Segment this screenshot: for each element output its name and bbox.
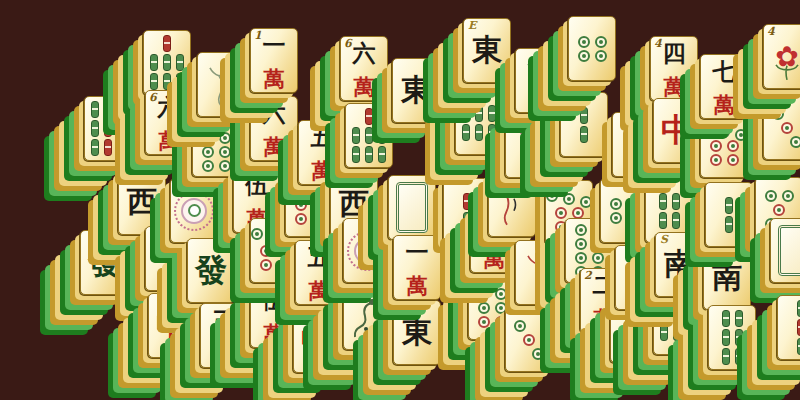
one-dot-rosette-icon <box>171 179 217 242</box>
tile-5-wan[interactable]: 5伍萬 <box>250 283 298 348</box>
dot-core <box>614 216 618 220</box>
dot-row <box>478 288 507 300</box>
circle-dot <box>260 259 272 271</box>
bamboo-pattern-icon <box>657 294 697 351</box>
dot-row <box>610 212 639 224</box>
circle-dot <box>277 259 289 271</box>
dot-core <box>307 189 311 193</box>
dot-row <box>295 213 324 225</box>
dot-core <box>206 164 210 168</box>
bamboo-pattern-icon <box>349 107 389 164</box>
tile-2-bamboo[interactable] <box>705 182 753 247</box>
dot-row <box>202 118 231 130</box>
bamboo-row <box>352 127 386 144</box>
circle-dot <box>478 302 490 314</box>
flower-plant-icon <box>521 251 557 297</box>
bamboo-stick <box>475 105 483 122</box>
dot-core <box>731 158 735 162</box>
bamboo-stick <box>722 329 730 346</box>
bamboo-row <box>626 127 647 144</box>
tile-number: 4 <box>654 37 662 50</box>
circle-dot <box>718 126 730 138</box>
tile-number: 5 <box>254 284 262 297</box>
bamboo-row <box>725 197 733 214</box>
dot-core <box>582 54 586 58</box>
bamboo-pattern-icon <box>712 309 752 366</box>
dot-row <box>295 199 324 211</box>
bamboo-pattern-icon <box>781 299 800 356</box>
bamboo-stick <box>475 124 483 141</box>
dot-core <box>518 324 522 328</box>
tile-south-wind[interactable]: S南 <box>703 245 751 310</box>
bamboo-row <box>660 324 694 341</box>
circle-dot <box>580 196 592 208</box>
dot-core <box>739 133 743 137</box>
dot-core <box>223 122 227 126</box>
bamboo-stick <box>659 212 667 229</box>
wan-suit-character: 萬 <box>251 323 297 344</box>
tile-east-wind[interactable]: 東 <box>392 58 440 123</box>
bamboo-row <box>635 269 643 286</box>
dot-core <box>582 40 586 44</box>
circle-dot <box>627 198 639 210</box>
bamboo-stick <box>635 269 643 286</box>
circle-dot <box>495 288 507 300</box>
circle-dot <box>286 182 298 194</box>
dot-core <box>584 200 588 204</box>
tile-3-dots[interactable] <box>505 307 553 372</box>
tile-4-dots[interactable] <box>568 16 616 81</box>
dot-row <box>514 320 526 332</box>
dot-core <box>576 211 580 215</box>
dots-pattern-icon <box>572 20 612 77</box>
bamboo-row <box>580 107 588 124</box>
circle-dot <box>575 224 587 236</box>
bamboo-stick <box>635 250 643 267</box>
circle-dot <box>710 154 722 166</box>
circle-dot <box>575 238 587 250</box>
tile-9-bamboo[interactable] <box>84 96 132 161</box>
dot-core <box>722 130 726 134</box>
wan-character: 五 <box>296 245 342 268</box>
bamboo-stick <box>378 127 386 144</box>
dot-core <box>579 242 583 246</box>
bamboo-stick <box>352 127 360 144</box>
dot-core <box>776 112 780 116</box>
circle-dot <box>312 199 324 211</box>
dot-core <box>599 40 603 44</box>
tile-1-dot[interactable] <box>343 218 391 283</box>
tile-6-wan[interactable]: 6六萬 <box>250 96 298 161</box>
dot-row <box>701 126 747 138</box>
tile-white-dragon[interactable] <box>388 175 436 240</box>
circle-dot <box>546 190 558 202</box>
circle-dot <box>572 207 584 219</box>
dot-row <box>260 245 289 257</box>
dot-row <box>532 348 544 360</box>
bamboo-stick <box>580 126 588 143</box>
circle-dot <box>514 320 526 332</box>
tile-6-wan[interactable]: 6六萬 <box>145 90 193 155</box>
dot-core <box>264 263 268 267</box>
bamboo-stick <box>91 101 99 118</box>
dot-row <box>575 252 604 264</box>
dot-core <box>714 144 718 148</box>
flower-plant-icon <box>511 124 547 170</box>
tile-green-dragon[interactable]: 發 <box>80 230 128 295</box>
bamboo-row <box>722 310 743 327</box>
dot-core <box>559 225 563 229</box>
dragon-character: 發 <box>188 239 234 302</box>
circle-dot <box>312 213 324 225</box>
bamboo-row <box>725 216 733 233</box>
dot-core <box>769 194 773 198</box>
bamboo-row <box>150 54 184 71</box>
bamboo-row <box>659 193 680 210</box>
tile-number: 6 <box>149 91 157 104</box>
circle-dot <box>523 334 535 346</box>
circle-dot <box>595 50 607 62</box>
wan-character: 三 <box>201 308 247 331</box>
bamboo-row <box>462 124 496 141</box>
bamboo-stick <box>488 105 496 122</box>
dot-core <box>777 208 781 212</box>
bamboo-stick <box>176 73 184 90</box>
bamboo-stick <box>735 329 743 346</box>
dot-row <box>790 136 800 148</box>
white-dragon-frame <box>778 225 800 276</box>
dot-row <box>478 302 507 314</box>
bamboo-row <box>365 108 373 125</box>
bamboo-pattern-icon <box>459 94 499 151</box>
bamboo-row <box>352 146 386 163</box>
dot-core <box>206 122 210 126</box>
wan-suit-character: 萬 <box>471 248 517 269</box>
dot-row <box>773 204 785 216</box>
circle-dot <box>202 146 214 158</box>
dot-row <box>202 146 231 158</box>
tile-3-wan[interactable]: 三萬 <box>200 303 248 368</box>
wind-letter: W <box>335 173 347 186</box>
tile-3-bamboo[interactable] <box>777 295 800 360</box>
dot-core <box>255 232 259 236</box>
bamboo-stick <box>365 108 373 125</box>
dot-core <box>631 216 635 220</box>
flower-plant-icon <box>521 59 557 105</box>
dot-core <box>482 306 486 310</box>
bamboo-stick <box>117 139 125 156</box>
tile-number: 2 <box>584 269 592 282</box>
bamboo-stick <box>722 310 730 327</box>
dot-core <box>596 256 600 260</box>
tile-8-dots[interactable] <box>192 112 240 177</box>
bamboo-row <box>580 126 588 143</box>
dot-row <box>781 122 793 134</box>
circle-dot <box>303 185 315 197</box>
wind-letter: W <box>123 171 135 184</box>
dots-pattern-icon <box>704 117 744 174</box>
tile-white-dragon[interactable] <box>770 218 800 283</box>
tile-7-dots[interactable] <box>700 113 748 178</box>
circle-dot <box>765 190 777 202</box>
dragon-character: 中 <box>149 294 195 357</box>
circle-dot <box>727 140 739 152</box>
dot-core <box>786 194 790 198</box>
bamboo-row <box>91 120 125 137</box>
dot-core <box>281 249 285 253</box>
tile-5-wan[interactable]: 五萬 <box>295 240 343 305</box>
bamboo-stick <box>659 193 667 210</box>
dot-row <box>765 190 794 202</box>
white-dragon-frame <box>396 182 428 233</box>
tile-plum-flower[interactable]: 梅 <box>505 113 553 178</box>
bamboo-row <box>91 139 125 156</box>
circle-dot <box>610 198 622 210</box>
wan-suit-character: 萬 <box>651 76 697 97</box>
tile-chrysanthemum-flower[interactable]: 4✿ <box>763 24 800 89</box>
bamboo-stick <box>463 193 471 210</box>
circle-dot <box>610 212 622 224</box>
bamboo-stick <box>672 193 680 210</box>
circle-dot <box>575 252 587 264</box>
dragon-character: 發 <box>81 231 127 294</box>
circle-dot <box>790 136 800 148</box>
bamboo-stick <box>580 107 588 124</box>
bamboo-stick <box>673 324 681 341</box>
dot-core <box>527 338 531 342</box>
tile-south-wind[interactable]: S南 <box>655 232 703 297</box>
dot-row <box>578 36 607 48</box>
bamboo-stick <box>735 348 743 365</box>
bamboo-stick <box>91 139 99 156</box>
bamboo-stick <box>176 54 184 71</box>
circle-dot <box>268 231 280 243</box>
circle-dot <box>532 348 544 360</box>
tile-number: 4 <box>767 25 775 38</box>
dots-pattern-icon <box>196 116 236 173</box>
bamboo-pattern-icon <box>88 100 128 157</box>
dot-row <box>202 132 231 144</box>
dot-row <box>610 198 639 210</box>
circle-dot <box>260 245 272 257</box>
dot-core <box>324 192 328 196</box>
bamboo-row <box>462 105 496 122</box>
dot-core <box>482 292 486 296</box>
dot-core <box>289 238 293 242</box>
circle-dot <box>563 193 575 205</box>
circle-dot <box>219 160 231 172</box>
bamboo-stick <box>673 305 681 322</box>
bamboo-stick <box>488 124 496 141</box>
season-figure-icon <box>494 184 530 228</box>
dot-row <box>478 316 507 328</box>
circle-dot <box>701 123 713 135</box>
dot-row <box>260 259 289 271</box>
dot-core <box>731 144 735 148</box>
flower-plant-icon <box>203 63 239 109</box>
tile-east-wind[interactable]: 東 <box>393 300 441 365</box>
bamboo-stick <box>150 73 158 90</box>
dot-row <box>578 50 607 62</box>
wan-suit-character: 萬 <box>296 280 342 301</box>
wind-letter: S <box>660 233 668 246</box>
bamboo-stick <box>91 120 99 137</box>
circle-dot <box>592 252 604 264</box>
bamboo-row <box>722 329 743 346</box>
bamboo-stick <box>462 124 470 141</box>
bamboo-stick <box>163 35 171 52</box>
tile-green-dragon[interactable]: 發 <box>187 238 235 303</box>
wind-letter: S <box>708 246 716 259</box>
circle-dot <box>478 316 490 328</box>
dragon-character: 中 <box>294 309 340 372</box>
wan-suit-character: 萬 <box>251 136 297 157</box>
dots-pattern-icon <box>509 311 549 368</box>
tile-7-bamboo[interactable] <box>345 103 393 168</box>
bamboo-stick <box>639 127 647 144</box>
dot-core <box>631 202 635 206</box>
tile-number: 2 <box>492 173 500 186</box>
dot-core <box>596 242 600 246</box>
circle-dot <box>219 118 231 130</box>
tile-7-bamboo[interactable] <box>143 30 191 95</box>
circle-dot <box>295 199 307 211</box>
dot-core <box>206 150 210 154</box>
circle-dot <box>781 122 793 134</box>
wind-letter: E <box>468 19 476 32</box>
dot-row <box>555 207 584 219</box>
tile-flower[interactable] <box>197 52 245 117</box>
wan-suit-character: 萬 <box>201 343 247 364</box>
bamboo-pattern-icon <box>709 186 749 243</box>
wind-character: 東 <box>393 59 439 122</box>
dot-core <box>579 256 583 260</box>
circle-dot <box>277 245 289 257</box>
tile-7-wan[interactable]: 七萬 <box>700 54 748 119</box>
tile-red-dragon[interactable]: 中 <box>148 293 196 358</box>
tile-1-dot[interactable] <box>170 178 218 243</box>
tile-4-wan[interactable]: 4四萬 <box>650 36 698 101</box>
tile-6-bamboo[interactable] <box>455 90 503 155</box>
wan-character: 七 <box>701 59 747 82</box>
wan-suit-character: 萬 <box>251 68 297 89</box>
dot-core <box>223 150 227 154</box>
bamboo-stick <box>365 127 373 144</box>
wan-suit-character: 萬 <box>394 275 440 296</box>
wan-character: 五 <box>299 125 345 148</box>
dot-core <box>272 235 276 239</box>
tile-1-wan[interactable]: 一萬 <box>393 235 441 300</box>
tile-red-dragon[interactable]: 中 <box>653 98 701 163</box>
bamboo-stick <box>462 105 470 122</box>
wan-suit-character: 萬 <box>611 338 657 359</box>
tile-2-bamboo[interactable] <box>560 92 608 157</box>
tile-3-dots[interactable] <box>763 95 800 160</box>
tile-red-dragon[interactable]: 中 <box>293 308 341 373</box>
bamboo-stick <box>635 288 643 305</box>
dot-core <box>281 263 285 267</box>
dot-row <box>710 140 739 152</box>
bamboo-stick <box>626 146 634 163</box>
tile-east-wind[interactable]: E東 <box>463 18 511 83</box>
circle-dot <box>219 132 231 144</box>
peacock-icon <box>347 295 387 345</box>
tile-number: 1 <box>254 29 262 42</box>
bamboo-row <box>91 101 125 118</box>
bamboo-stick <box>735 310 743 327</box>
bamboo-stick <box>117 101 125 118</box>
bamboo-stick <box>725 197 733 214</box>
dot-row <box>523 334 535 346</box>
circle-dot <box>772 108 784 120</box>
dot-core <box>482 320 486 324</box>
circle-dot <box>727 154 739 166</box>
wan-suit-character: 萬 <box>341 76 387 97</box>
bamboo-row <box>722 348 743 365</box>
tile-orchid-flower[interactable]: 兰 <box>515 48 563 113</box>
dot-core <box>290 186 294 190</box>
bamboo-stick <box>117 120 125 137</box>
circle-dot <box>555 207 567 219</box>
bamboo-stick <box>163 73 171 90</box>
bamboo-stick <box>352 146 360 163</box>
wind-character: 東 <box>394 301 440 364</box>
bamboo-pattern-icon <box>616 116 656 173</box>
circle-dot <box>595 36 607 48</box>
tile-summer-season[interactable]: 2夏 <box>488 172 536 237</box>
bamboo-pattern-icon <box>649 182 689 239</box>
bamboo-stick <box>722 348 730 365</box>
circle-dot <box>219 146 231 158</box>
tile-1-bamboo[interactable] <box>343 285 391 350</box>
tile-6-bamboo[interactable] <box>653 290 701 355</box>
dot-row <box>575 238 604 250</box>
bamboo-stick <box>686 324 694 341</box>
tile-6-bamboo[interactable] <box>708 305 756 370</box>
bamboo-row <box>463 193 471 210</box>
dot-core <box>223 164 227 168</box>
wan-suit-character: 萬 <box>146 130 192 151</box>
bamboo-stick <box>365 146 373 163</box>
circle-dot <box>735 129 747 141</box>
tile-flower-partial[interactable] <box>515 240 563 305</box>
dot-core <box>785 126 789 130</box>
dot-row <box>710 154 739 166</box>
one-dot-rosette-icon <box>344 219 390 282</box>
bamboo-stick <box>672 212 680 229</box>
dot-core <box>264 249 268 253</box>
dot-core <box>299 217 303 221</box>
bamboo-stick <box>104 139 112 156</box>
bamboo-row <box>659 212 680 229</box>
dot-core <box>223 136 227 140</box>
dot-core <box>299 203 303 207</box>
bamboo-row <box>163 35 171 52</box>
bamboo-pattern-icon <box>147 34 187 91</box>
dot-core <box>705 127 709 131</box>
flower-stem-icon <box>769 35 800 81</box>
dot-row <box>202 160 231 172</box>
circle-dot <box>251 228 263 240</box>
mahjong-board: 發W西中6六萬中發三萬5伍萬5伍萬6六萬1一萬中五萬五萬W西6六萬東東一萬E東7… <box>0 0 800 400</box>
tile-1-wan[interactable]: 1一萬 <box>250 28 298 93</box>
tile-number: 5 <box>237 169 245 182</box>
dots-pattern-icon <box>604 182 644 239</box>
bamboo-stick <box>104 101 112 118</box>
tile-6-wan[interactable]: 6六萬 <box>340 36 388 101</box>
tile-4-dots[interactable] <box>600 178 648 243</box>
dot-core <box>206 136 210 140</box>
